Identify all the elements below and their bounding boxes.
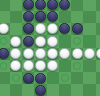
- cell-r1-c5[interactable]: [59, 11, 71, 23]
- cell-r2-c2: [22, 23, 34, 35]
- navy-disc: [35, 73, 46, 84]
- cell-r2-c3: [34, 23, 46, 35]
- cell-r3-c2: [22, 35, 34, 47]
- cell-r5-c8[interactable]: [96, 60, 100, 72]
- legal-move-ring: [73, 37, 81, 45]
- legal-move-ring: [61, 62, 69, 70]
- cell-r5-c7[interactable]: [83, 60, 95, 72]
- cell-r2-c6: [71, 23, 83, 35]
- white-disc: [35, 36, 46, 47]
- cell-r7-c1[interactable]: [10, 84, 22, 96]
- navy-disc: [23, 73, 34, 84]
- cell-r6-c0[interactable]: [0, 72, 10, 84]
- navy-disc: [35, 85, 46, 96]
- cell-r0-c6[interactable]: [71, 0, 83, 11]
- cell-r0-c8[interactable]: [96, 0, 100, 11]
- navy-disc: [0, 48, 9, 59]
- legal-move-ring: [49, 74, 57, 82]
- white-disc: [72, 48, 83, 59]
- cell-r4-c5: [59, 48, 71, 60]
- legal-move-ring: [86, 37, 94, 45]
- cell-r7-c0[interactable]: [0, 84, 10, 96]
- cell-r1-c3: [34, 11, 46, 23]
- cell-r1-c8[interactable]: [96, 11, 100, 23]
- white-disc: [10, 48, 21, 59]
- navy-disc: [47, 0, 58, 10]
- cell-r1-c1[interactable]: [10, 11, 22, 23]
- cell-r5-c1: [10, 60, 22, 72]
- legal-move-ring: [0, 37, 7, 45]
- cell-r0-c1[interactable]: [10, 0, 22, 11]
- cell-r6-c3: [34, 72, 46, 84]
- legal-move-ring: [61, 74, 69, 82]
- cell-r3-c5[interactable]: [59, 35, 71, 47]
- white-disc: [96, 48, 100, 59]
- cell-r2-c7[interactable]: [83, 23, 95, 35]
- legal-move-ring: [61, 37, 69, 45]
- cell-r4-c7: [83, 48, 95, 60]
- cell-r6-c2: [22, 72, 34, 84]
- cell-r6-c6[interactable]: [71, 72, 83, 84]
- reversi-board: [0, 0, 100, 96]
- cell-r4-c8: [96, 48, 100, 60]
- cell-r7-c5[interactable]: [59, 84, 71, 96]
- reversi-board-screenshot: [0, 0, 100, 96]
- cell-r4-c3: [34, 48, 46, 60]
- white-disc: [47, 36, 58, 47]
- cell-r5-c2: [22, 60, 34, 72]
- white-disc: [23, 48, 34, 59]
- cell-r0-c3: [34, 0, 46, 11]
- cell-r2-c1[interactable]: [10, 23, 22, 35]
- cell-r1-c7[interactable]: [83, 11, 95, 23]
- cell-r7-c3: [34, 84, 46, 96]
- cell-r0-c4: [47, 0, 59, 11]
- navy-disc: [23, 0, 34, 10]
- cell-r6-c8[interactable]: [96, 72, 100, 84]
- cell-r5-c6[interactable]: [71, 60, 83, 72]
- white-disc: [35, 60, 46, 71]
- navy-disc: [23, 36, 34, 47]
- cell-r3-c4: [47, 35, 59, 47]
- cell-r4-c2: [22, 48, 34, 60]
- cell-r1-c2: [22, 11, 34, 23]
- cell-r1-c6[interactable]: [71, 11, 83, 23]
- white-disc: [35, 48, 46, 59]
- cell-r7-c7[interactable]: [83, 84, 95, 96]
- cell-r3-c3: [34, 35, 46, 47]
- cell-r2-c4: [47, 23, 59, 35]
- cell-r4-c4: [47, 48, 59, 60]
- navy-disc: [35, 11, 46, 22]
- navy-disc: [47, 11, 58, 22]
- cell-r7-c4[interactable]: [47, 84, 59, 96]
- cell-r4-c0: [0, 48, 10, 60]
- cell-r3-c6[interactable]: [71, 35, 83, 47]
- cell-r3-c0[interactable]: [0, 35, 10, 47]
- cell-r7-c2[interactable]: [22, 84, 34, 96]
- cell-r0-c5: [59, 0, 71, 11]
- white-disc: [10, 36, 21, 47]
- white-disc: [59, 48, 70, 59]
- cell-r3-c1: [10, 35, 22, 47]
- cell-r7-c6[interactable]: [71, 84, 83, 96]
- legal-move-ring: [0, 62, 7, 70]
- cell-r5-c4: [47, 60, 59, 72]
- cell-r7-c8[interactable]: [96, 84, 100, 96]
- white-disc: [23, 60, 34, 71]
- white-disc: [47, 60, 58, 71]
- cell-r4-c6: [71, 48, 83, 60]
- navy-disc: [23, 23, 34, 34]
- cell-r5-c0[interactable]: [0, 60, 10, 72]
- legal-move-ring: [73, 62, 81, 70]
- cell-r1-c0[interactable]: [0, 11, 10, 23]
- navy-disc: [59, 23, 70, 34]
- cell-r0-c7[interactable]: [83, 0, 95, 11]
- white-disc: [84, 48, 95, 59]
- navy-disc: [72, 23, 83, 34]
- cell-r5-c3: [34, 60, 46, 72]
- navy-disc: [59, 0, 70, 10]
- cell-r6-c1[interactable]: [10, 72, 22, 84]
- cell-r0-c2: [22, 0, 34, 11]
- cell-r4-c1: [10, 48, 22, 60]
- white-disc: [47, 23, 58, 34]
- white-disc: [10, 60, 21, 71]
- legal-move-ring: [12, 74, 20, 82]
- navy-disc: [35, 0, 46, 10]
- cell-r6-c4[interactable]: [47, 72, 59, 84]
- cell-r6-c7[interactable]: [83, 72, 95, 84]
- cell-r1-c4: [47, 11, 59, 23]
- white-disc: [35, 23, 46, 34]
- cell-r5-c5[interactable]: [59, 60, 71, 72]
- navy-disc: [23, 11, 34, 22]
- cell-r2-c8[interactable]: [96, 23, 100, 35]
- cell-r2-c5: [59, 23, 71, 35]
- cell-r0-c0[interactable]: [0, 0, 10, 11]
- cell-r2-c0: [0, 23, 10, 35]
- cell-r3-c7[interactable]: [83, 35, 95, 47]
- cell-r6-c5[interactable]: [59, 72, 71, 84]
- white-disc: [47, 48, 58, 59]
- white-disc: [0, 23, 9, 34]
- cell-r3-c8[interactable]: [96, 35, 100, 47]
